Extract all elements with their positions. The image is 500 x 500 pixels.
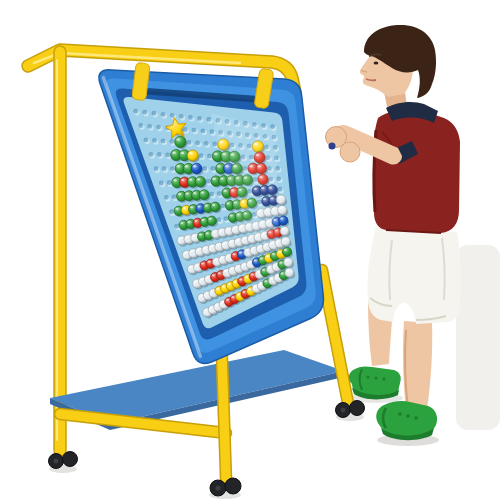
peg-white (285, 268, 294, 277)
peg-highlight (228, 283, 231, 285)
peg-highlight (283, 239, 286, 241)
peg-highlight (215, 304, 218, 306)
peg-hole (197, 116, 202, 121)
child-shorts (367, 227, 461, 324)
peg-highlight (205, 293, 208, 295)
wheel-hub (215, 485, 220, 490)
peg-highlight (223, 242, 226, 244)
peg-highlight (226, 255, 229, 257)
peg-highlight (279, 207, 282, 209)
peg-highlight (208, 218, 211, 220)
peg-highlight (190, 250, 193, 252)
peg-highlight (194, 281, 197, 283)
peg-highlight (245, 276, 248, 278)
peg-highlight (216, 244, 219, 246)
peg-highlight (230, 268, 233, 270)
peg-green (211, 202, 221, 212)
peg-highlight (186, 193, 189, 195)
peg-highlight (237, 294, 240, 296)
peg-hole (157, 152, 162, 157)
peg-highlight (226, 228, 229, 230)
peg-highlight (206, 232, 209, 234)
peg-highlight (189, 179, 193, 181)
peg-highlight (286, 270, 289, 272)
peg-green (195, 176, 205, 186)
peg-yellow (187, 150, 198, 161)
peg-highlight (239, 278, 242, 280)
peg-highlight (212, 178, 216, 180)
peg-highlight (187, 221, 190, 223)
peg-highlight (264, 280, 267, 282)
peg-highlight (270, 278, 273, 280)
peg-hole (187, 140, 192, 145)
peg-highlight (205, 205, 208, 207)
peg-highlight (212, 274, 215, 276)
peg-highlight (195, 264, 198, 266)
peg-highlight (272, 253, 275, 255)
peg-green (199, 190, 209, 200)
peg-blue (191, 163, 202, 174)
peg-highlight (266, 255, 269, 257)
peg-highlight (222, 286, 225, 288)
held-peg (329, 143, 336, 150)
peg-highlight (199, 234, 202, 236)
peg-highlight (260, 257, 263, 259)
peg-highlight (236, 239, 239, 241)
peg-highlight (224, 270, 227, 272)
peg-highlight (249, 236, 252, 238)
peg-hole (154, 166, 159, 171)
peg-highlight (262, 269, 265, 271)
peg-hole (144, 138, 149, 143)
peg-hole (138, 123, 143, 128)
peg-highlight (256, 271, 259, 273)
peg-hole (170, 166, 175, 171)
peg-highlight (278, 197, 281, 199)
wheel (225, 478, 241, 494)
peg-highlight (185, 165, 189, 167)
peg-hole (210, 166, 215, 171)
peg-highlight (197, 205, 200, 207)
peg-hole (164, 195, 169, 200)
child-hand (340, 142, 360, 162)
peg-hole (142, 110, 147, 115)
peg-highlight (175, 208, 178, 210)
peg-highlight (284, 249, 287, 251)
peg-hole (159, 181, 164, 186)
peg-highlight (279, 262, 282, 264)
peg-highlight (200, 279, 203, 281)
peg-highlight (245, 250, 248, 252)
eye (374, 62, 379, 65)
peg-hole (183, 127, 188, 132)
peg-highlight (257, 246, 260, 248)
peg-highlight (254, 260, 257, 262)
peg-highlight (242, 238, 245, 240)
peg-highlight (199, 295, 202, 297)
peg-highlight (281, 228, 284, 230)
peg-white (284, 258, 293, 267)
peg-highlight (233, 227, 236, 229)
peg-highlight (197, 249, 200, 251)
peg-hole (133, 109, 138, 114)
peg-highlight (212, 231, 215, 233)
peg-highlight (194, 220, 197, 222)
peg-highlight (212, 204, 215, 206)
peg-highlight (242, 291, 245, 293)
wheel-hub (54, 459, 59, 464)
peg-highlight (178, 193, 181, 195)
clog-vent (383, 378, 386, 381)
child-shirt (373, 109, 460, 233)
peg-highlight (197, 178, 201, 180)
peg-highlight (183, 207, 186, 209)
peg-highlight (259, 283, 262, 285)
wheel-hub (341, 408, 346, 413)
peg-hole (170, 113, 175, 118)
peg-highlight (226, 299, 229, 301)
peg-highlight (236, 266, 239, 268)
peg-highlight (214, 259, 217, 261)
peg-green (175, 136, 186, 147)
peg-hole (156, 125, 161, 130)
peg-highlight (203, 247, 206, 249)
peg-highlight (239, 251, 242, 253)
peg-hole (152, 111, 157, 116)
peg-highlight (285, 259, 288, 261)
peg-hole (152, 138, 157, 143)
product-photo-scene (0, 0, 500, 500)
pegboard (99, 70, 324, 364)
peg-highlight (181, 179, 185, 181)
peg-blue (279, 216, 288, 225)
photo-canvas (0, 0, 500, 500)
peg-highlight (192, 235, 195, 237)
clog-vent (406, 414, 410, 418)
peg-highlight (210, 246, 213, 248)
peg-highlight (232, 253, 235, 255)
clog-vent (398, 412, 402, 416)
peg-highlight (253, 286, 256, 288)
peg-highlight (172, 152, 176, 154)
peg-highlight (220, 302, 223, 304)
peg-highlight (214, 153, 218, 155)
peg-highlight (206, 276, 209, 278)
clog-vent (367, 376, 370, 379)
peg-hole (188, 115, 193, 120)
peg-highlight (217, 165, 221, 167)
peg-hole (224, 216, 229, 221)
peg-highlight (176, 138, 180, 141)
peg-hole (162, 166, 167, 171)
peg-white (281, 237, 290, 246)
peg-highlight (210, 307, 213, 309)
peg-highlight (251, 248, 254, 250)
peg-hole (217, 191, 222, 196)
peg-hole (147, 124, 152, 129)
peg-highlight (190, 206, 193, 208)
peg-hole (204, 141, 209, 146)
peg-hole (192, 128, 197, 133)
peg-highlight (204, 309, 207, 311)
clog-vent (414, 416, 418, 420)
peg-green (282, 247, 291, 256)
wheel (63, 452, 78, 467)
peg-white (280, 226, 289, 235)
peg-hole (179, 114, 184, 119)
peg-hole (201, 129, 206, 134)
peg-highlight (220, 257, 223, 259)
peg-highlight (248, 262, 251, 264)
peg-highlight (248, 288, 251, 290)
peg-highlight (230, 215, 233, 217)
peg-highlight (233, 281, 236, 283)
peg-highlight (275, 275, 278, 277)
peg-hole (195, 141, 200, 146)
peg-highlight (220, 178, 224, 180)
peg-highlight (193, 165, 197, 167)
peg-hole (165, 152, 170, 157)
peg-highlight (231, 296, 234, 298)
peg-highlight (273, 264, 276, 266)
front-right-leg (322, 270, 348, 403)
peg-hole (174, 224, 179, 229)
peg-hole (209, 129, 214, 134)
peg-highlight (173, 179, 177, 181)
wheel (350, 401, 365, 416)
peg-highlight (223, 190, 226, 192)
peg-highlight (281, 272, 284, 274)
peg-hole (199, 153, 204, 158)
peg-highlight (278, 251, 281, 253)
peg-highlight (216, 288, 219, 290)
peg-hole (161, 139, 166, 144)
peg-white (278, 205, 287, 214)
peg-highlight (280, 218, 283, 220)
peg-highlight (177, 165, 181, 167)
peg-hole (270, 124, 275, 129)
peg-highlight (242, 264, 245, 266)
wall-shadow (456, 245, 500, 430)
peg-highlight (180, 222, 183, 224)
peg-hole (169, 139, 174, 144)
peg-highlight (178, 238, 181, 240)
peg-highlight (207, 261, 210, 263)
clog-vent (375, 377, 378, 380)
peg-highlight (189, 152, 193, 154)
peg-highlight (219, 230, 222, 232)
peg-highlight (180, 152, 184, 154)
peg-highlight (210, 290, 213, 292)
peg-hole (149, 152, 154, 157)
peg-green (207, 216, 216, 225)
peg-highlight (201, 219, 204, 221)
peg-hole (169, 209, 174, 214)
peg-highlight (185, 236, 188, 238)
peg-highlight (264, 244, 267, 246)
peg-hole (167, 180, 172, 185)
peg-hole (206, 117, 211, 122)
peg-highlight (251, 274, 254, 276)
peg-highlight (268, 267, 271, 269)
peg-highlight (227, 202, 230, 204)
peg-hole (207, 154, 212, 159)
peg-highlight (201, 192, 204, 194)
peg-highlight (229, 241, 232, 243)
peg-highlight (201, 263, 204, 265)
peg-hole (172, 194, 177, 199)
peg-highlight (184, 252, 187, 254)
peg-hole (212, 142, 217, 147)
peg-highlight (218, 272, 221, 274)
peg-hole (161, 112, 166, 117)
peg-highlight (193, 192, 196, 194)
peg-highlight (189, 266, 192, 268)
